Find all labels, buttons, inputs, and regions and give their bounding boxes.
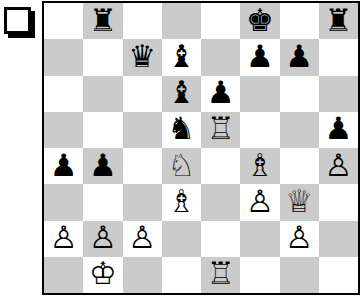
square-g7[interactable]: ♟ <box>280 39 319 75</box>
square-a3[interactable] <box>44 184 83 220</box>
square-h2[interactable] <box>319 221 358 257</box>
piece-white-pawn-c2[interactable]: ♙ <box>128 222 156 253</box>
piece-black-rook-b8[interactable]: ♜ <box>89 5 117 36</box>
piece-white-king-b1[interactable]: ♔ <box>89 258 117 289</box>
square-g6[interactable] <box>280 76 319 112</box>
square-a7[interactable] <box>44 39 83 75</box>
square-f4[interactable]: ♗ <box>240 148 279 184</box>
square-f7[interactable]: ♟ <box>240 39 279 75</box>
square-d6[interactable]: ♝ <box>162 76 201 112</box>
square-f1[interactable] <box>240 257 279 293</box>
white-to-move-indicator-icon <box>4 7 31 34</box>
piece-white-pawn-f3[interactable]: ♙ <box>246 186 274 217</box>
piece-white-queen-g3[interactable]: ♕ <box>285 186 313 217</box>
square-b4[interactable]: ♟ <box>83 148 122 184</box>
square-c6[interactable] <box>123 76 162 112</box>
square-a6[interactable] <box>44 76 83 112</box>
chess-board: ♜♚♜♛♝♟♟♝♟♞♖♟♟♟♘♗♙♗♙♕♙♙♙♙♔♖ <box>42 1 360 295</box>
square-g5[interactable] <box>280 112 319 148</box>
square-f6[interactable] <box>240 76 279 112</box>
square-e7[interactable] <box>201 39 240 75</box>
square-c8[interactable] <box>123 3 162 39</box>
square-e4[interactable] <box>201 148 240 184</box>
square-c7[interactable]: ♛ <box>123 39 162 75</box>
piece-white-bishop-d3[interactable]: ♗ <box>167 186 195 217</box>
piece-white-knight-d4[interactable]: ♘ <box>167 150 195 181</box>
square-h1[interactable] <box>319 257 358 293</box>
piece-white-pawn-a2[interactable]: ♙ <box>50 222 78 253</box>
square-b6[interactable] <box>83 76 122 112</box>
square-a2[interactable]: ♙ <box>44 221 83 257</box>
piece-white-rook-e1[interactable]: ♖ <box>207 258 235 289</box>
square-e6[interactable]: ♟ <box>201 76 240 112</box>
piece-white-pawn-h4[interactable]: ♙ <box>324 150 352 181</box>
piece-black-pawn-g7[interactable]: ♟ <box>285 41 313 72</box>
piece-black-rook-h8[interactable]: ♜ <box>324 5 352 36</box>
square-c4[interactable] <box>123 148 162 184</box>
square-d3[interactable]: ♗ <box>162 184 201 220</box>
chess-diagram-page: ♜♚♜♛♝♟♟♝♟♞♖♟♟♟♘♗♙♗♙♕♙♙♙♙♔♖ <box>0 0 364 302</box>
square-d4[interactable]: ♘ <box>162 148 201 184</box>
square-e5[interactable]: ♖ <box>201 112 240 148</box>
piece-black-bishop-d6[interactable]: ♝ <box>167 77 195 108</box>
square-e8[interactable] <box>201 3 240 39</box>
square-h5[interactable]: ♟ <box>319 112 358 148</box>
piece-white-pawn-g2[interactable]: ♙ <box>285 222 313 253</box>
square-b1[interactable]: ♔ <box>83 257 122 293</box>
piece-white-rook-e5[interactable]: ♖ <box>207 113 235 144</box>
square-d2[interactable] <box>162 221 201 257</box>
square-h6[interactable] <box>319 76 358 112</box>
square-c3[interactable] <box>123 184 162 220</box>
square-e3[interactable] <box>201 184 240 220</box>
square-b7[interactable] <box>83 39 122 75</box>
square-b8[interactable]: ♜ <box>83 3 122 39</box>
piece-black-pawn-a4[interactable]: ♟ <box>50 150 78 181</box>
square-b3[interactable] <box>83 184 122 220</box>
piece-black-queen-c7[interactable]: ♛ <box>128 41 156 72</box>
square-h8[interactable]: ♜ <box>319 3 358 39</box>
piece-black-bishop-d7[interactable]: ♝ <box>167 41 195 72</box>
square-f5[interactable] <box>240 112 279 148</box>
square-g3[interactable]: ♕ <box>280 184 319 220</box>
square-g1[interactable] <box>280 257 319 293</box>
square-d8[interactable] <box>162 3 201 39</box>
square-f3[interactable]: ♙ <box>240 184 279 220</box>
square-c5[interactable] <box>123 112 162 148</box>
square-g2[interactable]: ♙ <box>280 221 319 257</box>
square-a1[interactable] <box>44 257 83 293</box>
square-h7[interactable] <box>319 39 358 75</box>
square-d5[interactable]: ♞ <box>162 112 201 148</box>
square-h3[interactable] <box>319 184 358 220</box>
piece-black-pawn-e6[interactable]: ♟ <box>207 77 235 108</box>
square-a4[interactable]: ♟ <box>44 148 83 184</box>
square-e1[interactable]: ♖ <box>201 257 240 293</box>
square-g8[interactable] <box>280 3 319 39</box>
square-h4[interactable]: ♙ <box>319 148 358 184</box>
piece-black-pawn-f7[interactable]: ♟ <box>246 41 274 72</box>
square-b5[interactable] <box>83 112 122 148</box>
square-f8[interactable]: ♚ <box>240 3 279 39</box>
square-b2[interactable]: ♙ <box>83 221 122 257</box>
square-a5[interactable] <box>44 112 83 148</box>
piece-white-pawn-b2[interactable]: ♙ <box>89 222 117 253</box>
square-d7[interactable]: ♝ <box>162 39 201 75</box>
piece-black-knight-d5[interactable]: ♞ <box>167 113 195 144</box>
piece-black-king-f8[interactable]: ♚ <box>246 5 274 36</box>
square-e2[interactable] <box>201 221 240 257</box>
square-a8[interactable] <box>44 3 83 39</box>
square-f2[interactable] <box>240 221 279 257</box>
square-d1[interactable] <box>162 257 201 293</box>
piece-white-bishop-f4[interactable]: ♗ <box>246 150 274 181</box>
square-c1[interactable] <box>123 257 162 293</box>
square-c2[interactable]: ♙ <box>123 221 162 257</box>
piece-black-pawn-b4[interactable]: ♟ <box>89 150 117 181</box>
piece-black-pawn-h5[interactable]: ♟ <box>324 113 352 144</box>
square-g4[interactable] <box>280 148 319 184</box>
